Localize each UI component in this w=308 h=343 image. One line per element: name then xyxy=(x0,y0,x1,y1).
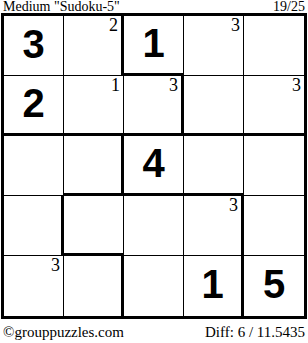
cell-r5c4: 1 xyxy=(184,256,244,316)
corner-clue: 3 xyxy=(229,196,238,215)
copyright: ©grouppuzzles.com xyxy=(3,324,124,340)
cell-r1c1: 3 xyxy=(4,16,64,76)
difficulty: Diff: 6 / 11.5435 xyxy=(205,324,305,340)
header: Medium "Sudoku-5" 19/25 xyxy=(3,0,305,13)
cell-r3c5[interactable] xyxy=(244,136,304,196)
cell-r2c4[interactable] xyxy=(184,76,244,136)
cell-r2c3[interactable]: 3 xyxy=(124,76,184,136)
corner-clue: 3 xyxy=(51,256,60,275)
cell-r1c2[interactable]: 2 xyxy=(64,16,124,76)
cell-r1c3: 1 xyxy=(124,16,184,76)
cell-r3c2[interactable] xyxy=(64,136,124,196)
cell-r5c3[interactable] xyxy=(124,256,184,316)
cell-r2c1: 2 xyxy=(4,76,64,136)
corner-clue: 3 xyxy=(169,76,178,95)
cell-r5c2[interactable] xyxy=(64,256,124,316)
corner-clue: 3 xyxy=(292,76,301,95)
corner-clue: 1 xyxy=(111,76,120,95)
cell-r4c3[interactable] xyxy=(124,196,184,256)
cell-r3c3: 4 xyxy=(124,136,184,196)
corner-clue: 3 xyxy=(231,16,240,35)
given-digit: 1 xyxy=(201,264,223,304)
cell-r5c5: 5 xyxy=(244,256,304,316)
cell-r4c1[interactable] xyxy=(4,196,64,256)
given-digit: 4 xyxy=(142,143,164,183)
puzzle-grid: 3213213343315 xyxy=(1,13,307,319)
cell-r5c1[interactable]: 3 xyxy=(4,256,64,316)
cell-r4c4[interactable]: 3 xyxy=(184,196,244,256)
puzzle-number: 19/25 xyxy=(273,0,305,13)
cell-r3c4[interactable] xyxy=(184,136,244,196)
given-digit: 5 xyxy=(263,264,285,304)
cell-r2c2[interactable]: 1 xyxy=(64,76,124,136)
given-digit: 2 xyxy=(22,83,44,123)
cell-r4c5[interactable] xyxy=(244,196,304,256)
given-digit: 1 xyxy=(142,23,164,63)
cell-r1c5[interactable] xyxy=(244,16,304,76)
puzzle-title: Medium "Sudoku-5" xyxy=(3,0,120,13)
cell-r4c2[interactable] xyxy=(64,196,124,256)
cell-r2c5[interactable]: 3 xyxy=(244,76,304,136)
corner-clue: 2 xyxy=(109,16,118,35)
cell-r1c4[interactable]: 3 xyxy=(184,16,244,76)
cell-r3c1[interactable] xyxy=(4,136,64,196)
given-digit: 3 xyxy=(22,24,44,64)
